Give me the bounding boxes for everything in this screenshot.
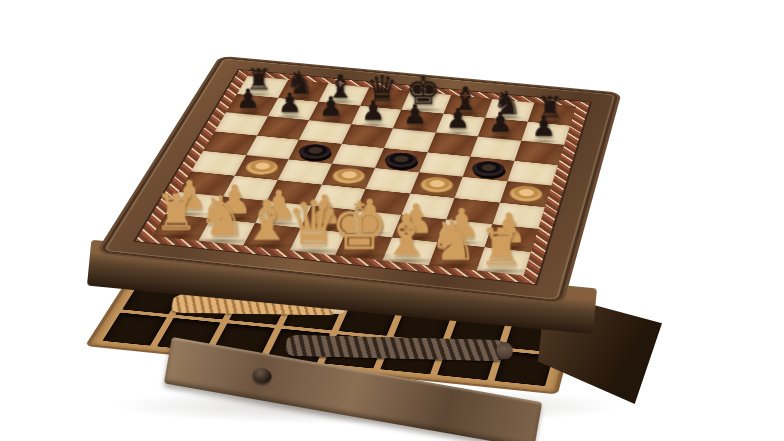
drawer-compartment-9 <box>103 312 168 345</box>
piece-black-pawn-c7: ♟ <box>319 95 343 121</box>
checker-light-h4 <box>507 185 544 204</box>
piece-white-rook-a1: ♜ <box>154 190 198 237</box>
piece-black-pawn-e7: ♟ <box>403 103 427 129</box>
piece-black-pawn-b7: ♟ <box>277 91 301 117</box>
checker-light-d4 <box>329 167 367 185</box>
piece-white-bishop-c1: ♝ <box>243 194 293 246</box>
checker-light-b4 <box>242 159 281 177</box>
square-a5 <box>203 131 257 155</box>
piece-white-king-e1: ♚ <box>330 195 389 257</box>
piece-black-pawn-f7: ♟ <box>445 107 469 133</box>
checker-light-f4 <box>417 176 455 194</box>
piece-black-pawn-d7: ♟ <box>361 99 385 125</box>
piece-white-knight-b1: ♞ <box>197 190 246 242</box>
checker-dark-c5 <box>296 143 334 160</box>
chess-board-grid: ♜♞♝♛♚♝♞♜♟♟♟♟♟♟♟♟♟♟♟♟♟♟♟♟♜♞♝♛♚♝♞♜ <box>136 70 590 284</box>
square-g4 <box>455 177 507 203</box>
piece-black-pawn-h7: ♟ <box>531 115 556 141</box>
square-f6 <box>427 132 478 156</box>
square-c7: ♟ <box>309 102 360 125</box>
square-c6 <box>299 120 351 143</box>
piece-black-pawn-g7: ♟ <box>488 111 512 137</box>
piece-white-rook-h1: ♜ <box>478 223 524 271</box>
checker-dark-g5 <box>470 160 507 178</box>
square-e5 <box>375 148 427 172</box>
square-g1: ♞ <box>429 242 484 270</box>
checker-dark-e5 <box>382 151 420 169</box>
piece-black-pawn-a7: ♟ <box>236 87 260 112</box>
piece-white-bishop-f1: ♝ <box>381 209 431 262</box>
product-photo-chess-checkers-set: ♜♞♝♛♚♝♞♜♟♟♟♟♟♟♟♟♟♟♟♟♟♟♟♟♜♞♝♛♚♝♞♜ <box>0 0 784 441</box>
square-h1: ♜ <box>476 247 531 276</box>
drawer-knob <box>251 367 272 385</box>
piece-white-knight-g1: ♞ <box>428 213 478 266</box>
